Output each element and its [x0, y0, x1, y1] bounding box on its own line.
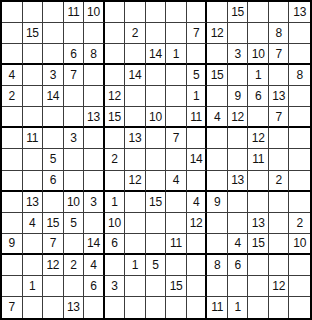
given-digit: 2 — [111, 153, 117, 165]
cell-r5c3: 14 — [43, 86, 64, 107]
cell-r10c13[interactable] — [248, 192, 269, 213]
given-digit: 14 — [87, 237, 100, 249]
cell-r10c7[interactable] — [125, 192, 146, 213]
cell-r3c9: 1 — [166, 44, 187, 65]
cell-r8c1[interactable] — [2, 149, 23, 170]
cell-r1c2[interactable] — [23, 2, 44, 23]
given-digit: 10 — [252, 48, 265, 60]
cell-r7c2: 11 — [23, 128, 44, 149]
cell-r9c9: 4 — [166, 171, 187, 192]
cell-r11c2: 4 — [23, 213, 44, 234]
given-digit: 13 — [293, 6, 306, 18]
cell-r13c6[interactable] — [105, 255, 126, 276]
given-digit: 6 — [90, 280, 96, 292]
cell-r8c11[interactable] — [207, 149, 228, 170]
given-digit: 15 — [149, 196, 162, 208]
cell-r4c7: 14 — [125, 65, 146, 86]
cell-r1c4: 11 — [64, 2, 85, 23]
cell-r13c1[interactable] — [2, 255, 23, 276]
given-digit: 8 — [90, 48, 96, 60]
given-digit: 9 — [214, 196, 220, 208]
cell-r3c6[interactable] — [105, 44, 126, 65]
cell-r1c3[interactable] — [43, 2, 64, 23]
cell-r12c12: 4 — [228, 234, 249, 255]
given-digit: 11 — [26, 132, 38, 144]
cell-r7c5[interactable] — [84, 128, 105, 149]
cell-r10c10: 4 — [187, 192, 208, 213]
cell-r11c7[interactable] — [125, 213, 146, 234]
cell-r8c6: 2 — [105, 149, 126, 170]
cell-r3c13: 10 — [248, 44, 269, 65]
cell-r9c15[interactable] — [289, 171, 310, 192]
given-digit: 10 — [149, 111, 162, 123]
cell-r12c4[interactable] — [64, 234, 85, 255]
given-digit: 5 — [193, 69, 199, 81]
cell-r14c11[interactable] — [207, 276, 228, 297]
cell-r2c9[interactable] — [166, 23, 187, 44]
cell-r8c15[interactable] — [289, 149, 310, 170]
cell-r4c13: 1 — [248, 65, 269, 86]
cell-r3c14: 7 — [269, 44, 290, 65]
cell-r12c2[interactable] — [23, 234, 44, 255]
cell-r4c1: 4 — [2, 65, 23, 86]
given-digit: 3 — [234, 48, 240, 60]
given-digit: 4 — [29, 217, 35, 229]
cell-r12c13: 15 — [248, 234, 269, 255]
cell-r12c1: 9 — [2, 234, 23, 255]
cell-r11c4: 5 — [64, 213, 85, 234]
cell-r3c3[interactable] — [43, 44, 64, 65]
cell-r14c14: 12 — [269, 276, 290, 297]
cell-r9c4[interactable] — [64, 171, 85, 192]
cell-r14c15[interactable] — [289, 276, 310, 297]
cell-r5c1: 2 — [2, 86, 23, 107]
cell-r9c13[interactable] — [248, 171, 269, 192]
cell-r12c10[interactable] — [187, 234, 208, 255]
cell-r14c6: 3 — [105, 276, 126, 297]
cell-r14c9: 15 — [166, 276, 187, 297]
cell-r13c7: 1 — [125, 255, 146, 276]
given-digit: 7 — [193, 27, 199, 39]
given-digit: 4 — [234, 237, 240, 249]
cell-r11c13: 13 — [248, 213, 269, 234]
cell-r1c9[interactable] — [166, 2, 187, 23]
given-digit: 12 — [272, 280, 285, 292]
given-digit: 13 — [129, 132, 142, 144]
cell-r11c9[interactable] — [166, 213, 187, 234]
cell-r13c5: 4 — [84, 255, 105, 276]
given-digit: 1 — [132, 259, 138, 271]
cell-r7c6[interactable] — [105, 128, 126, 149]
given-digit: 2 — [132, 27, 138, 39]
cell-r5c12: 9 — [228, 86, 249, 107]
given-digit: 10 — [293, 237, 306, 249]
cell-r6c6: 15 — [105, 107, 126, 128]
cell-r2c4[interactable] — [64, 23, 85, 44]
given-digit: 2 — [70, 259, 76, 271]
cell-r10c12[interactable] — [228, 192, 249, 213]
cell-r9c2[interactable] — [23, 171, 44, 192]
cell-r1c5: 10 — [84, 2, 105, 23]
cell-r11c8[interactable] — [146, 213, 167, 234]
cell-r5c13: 6 — [248, 86, 269, 107]
cell-r6c14: 7 — [269, 107, 290, 128]
cell-r14c4[interactable] — [64, 276, 85, 297]
given-digit: 4 — [173, 174, 179, 186]
cell-r1c8[interactable] — [146, 2, 167, 23]
cell-r1c15: 13 — [289, 2, 310, 23]
given-digit: 7 — [173, 132, 179, 144]
cell-r5c11[interactable] — [207, 86, 228, 107]
cell-r8c2[interactable] — [23, 149, 44, 170]
cell-r5c4[interactable] — [64, 86, 85, 107]
cell-r15c9[interactable] — [166, 297, 187, 318]
given-digit: 5 — [50, 153, 56, 165]
cell-r4c10: 5 — [187, 65, 208, 86]
cell-r15c13[interactable] — [248, 297, 269, 318]
cell-r7c10[interactable] — [187, 128, 208, 149]
cell-r11c3: 15 — [43, 213, 64, 234]
cell-r15c2[interactable] — [23, 297, 44, 318]
given-digit: 15 — [252, 237, 265, 249]
cell-r6c10: 11 — [187, 107, 208, 128]
given-digit: 13 — [272, 90, 285, 102]
cell-r9c12: 13 — [228, 171, 249, 192]
cell-r11c1[interactable] — [2, 213, 23, 234]
given-digit: 5 — [152, 259, 158, 271]
cell-r4c14[interactable] — [269, 65, 290, 86]
given-digit: 2 — [9, 90, 15, 102]
cell-r3c12: 3 — [228, 44, 249, 65]
cell-r15c5[interactable] — [84, 297, 105, 318]
cell-r15c8[interactable] — [146, 297, 167, 318]
cell-r15c11: 11 — [207, 297, 228, 318]
cell-r7c8[interactable] — [146, 128, 167, 149]
cell-r1c14[interactable] — [269, 2, 290, 23]
cell-r14c5: 6 — [84, 276, 105, 297]
cell-r4c8[interactable] — [146, 65, 167, 86]
cell-r8c10: 14 — [187, 149, 208, 170]
cell-r6c2[interactable] — [23, 107, 44, 128]
cell-r10c1[interactable] — [2, 192, 23, 213]
cell-r15c14[interactable] — [269, 297, 290, 318]
cell-r12c5: 14 — [84, 234, 105, 255]
cell-r12c9: 11 — [166, 234, 187, 255]
given-digit: 10 — [87, 6, 100, 18]
given-digit: 12 — [231, 111, 244, 123]
cell-r12c7[interactable] — [125, 234, 146, 255]
cell-r2c1[interactable] — [2, 23, 23, 44]
cell-r14c13[interactable] — [248, 276, 269, 297]
cell-r6c12: 12 — [228, 107, 249, 128]
cell-r6c7[interactable] — [125, 107, 146, 128]
cell-r10c6: 1 — [105, 192, 126, 213]
cell-r7c11[interactable] — [207, 128, 228, 149]
given-digit: 13 — [231, 174, 244, 186]
given-digit: 14 — [149, 48, 162, 60]
given-digit: 2 — [276, 174, 282, 186]
cell-r15c3[interactable] — [43, 297, 64, 318]
cell-r13c9[interactable] — [166, 255, 187, 276]
cell-r8c12[interactable] — [228, 149, 249, 170]
cell-r13c11: 8 — [207, 255, 228, 276]
cell-r14c8[interactable] — [146, 276, 167, 297]
cell-r11c14[interactable] — [269, 213, 290, 234]
given-digit: 2 — [297, 217, 303, 229]
given-digit: 1 — [193, 90, 199, 102]
cell-r12c11[interactable] — [207, 234, 228, 255]
cell-r11c11[interactable] — [207, 213, 228, 234]
cell-r4c6[interactable] — [105, 65, 126, 86]
given-digit: 6 — [234, 259, 240, 271]
cell-r8c13: 11 — [248, 149, 269, 170]
cell-r6c1[interactable] — [2, 107, 23, 128]
cell-r6c5: 13 — [84, 107, 105, 128]
cell-r2c13[interactable] — [248, 23, 269, 44]
given-digit: 11 — [170, 237, 182, 249]
given-digit: 1 — [29, 280, 35, 292]
given-digit: 6 — [111, 237, 117, 249]
cell-r8c4[interactable] — [64, 149, 85, 170]
cell-r8c9[interactable] — [166, 149, 187, 170]
cell-r4c15: 8 — [289, 65, 310, 86]
cell-r5c2[interactable] — [23, 86, 44, 107]
cell-r2c3[interactable] — [43, 23, 64, 44]
given-digit: 7 — [50, 237, 56, 249]
cell-r13c8: 5 — [146, 255, 167, 276]
cell-r8c7[interactable] — [125, 149, 146, 170]
cell-r8c14[interactable] — [269, 149, 290, 170]
cell-r6c11: 4 — [207, 107, 228, 128]
cell-r13c12: 6 — [228, 255, 249, 276]
given-digit: 3 — [70, 132, 76, 144]
cell-r2c11: 12 — [207, 23, 228, 44]
cell-r7c7: 13 — [125, 128, 146, 149]
cell-r4c11: 15 — [207, 65, 228, 86]
cell-r1c12: 15 — [228, 2, 249, 23]
given-digit: 12 — [252, 132, 265, 144]
cell-r6c9[interactable] — [166, 107, 187, 128]
cell-r7c13: 12 — [248, 128, 269, 149]
given-digit: 12 — [190, 217, 203, 229]
cell-r3c5: 8 — [84, 44, 105, 65]
cell-r7c4: 3 — [64, 128, 85, 149]
cell-r2c5[interactable] — [84, 23, 105, 44]
given-digit: 1 — [255, 69, 261, 81]
cell-r5c7[interactable] — [125, 86, 146, 107]
cell-r15c7[interactable] — [125, 297, 146, 318]
cell-r5c15[interactable] — [289, 86, 310, 107]
given-digit: 4 — [90, 259, 96, 271]
given-digit: 14 — [129, 69, 142, 81]
cell-r3c11[interactable] — [207, 44, 228, 65]
cell-r9c6[interactable] — [105, 171, 126, 192]
cell-r10c3[interactable] — [43, 192, 64, 213]
given-digit: 3 — [111, 280, 117, 292]
cell-r11c15: 2 — [289, 213, 310, 234]
cell-r10c8: 15 — [146, 192, 167, 213]
cell-r12c6: 6 — [105, 234, 126, 255]
given-digit: 1 — [173, 48, 179, 60]
cell-r1c10[interactable] — [187, 2, 208, 23]
cell-r3c1[interactable] — [2, 44, 23, 65]
cell-r12c8[interactable] — [146, 234, 167, 255]
given-digit: 12 — [108, 90, 121, 102]
given-digit: 1 — [111, 196, 117, 208]
cell-r15c12: 1 — [228, 297, 249, 318]
cell-r9c10[interactable] — [187, 171, 208, 192]
given-digit: 3 — [90, 196, 96, 208]
given-digit: 14 — [46, 90, 59, 102]
cell-r5c10: 1 — [187, 86, 208, 107]
given-digit: 1 — [234, 301, 240, 313]
cell-r15c15[interactable] — [289, 297, 310, 318]
cell-r7c3[interactable] — [43, 128, 64, 149]
cell-r3c7[interactable] — [125, 44, 146, 65]
cell-r15c6[interactable] — [105, 297, 126, 318]
cell-r1c11[interactable] — [207, 2, 228, 23]
given-digit: 6 — [70, 48, 76, 60]
given-digit: 15 — [108, 111, 121, 123]
given-digit: 9 — [234, 90, 240, 102]
cell-r10c2: 13 — [23, 192, 44, 213]
given-digit: 13 — [252, 217, 265, 229]
given-digit: 4 — [9, 69, 15, 81]
given-digit: 8 — [214, 259, 220, 271]
given-digit: 4 — [214, 111, 220, 123]
given-digit: 7 — [70, 69, 76, 81]
given-digit: 11 — [67, 6, 79, 18]
given-digit: 15 — [231, 6, 244, 18]
cell-r2c10: 7 — [187, 23, 208, 44]
cell-r6c4[interactable] — [64, 107, 85, 128]
cell-r14c12[interactable] — [228, 276, 249, 297]
cell-r1c7[interactable] — [125, 2, 146, 23]
given-digit: 10 — [108, 217, 121, 229]
cell-r9c5[interactable] — [84, 171, 105, 192]
given-digit: 8 — [297, 69, 303, 81]
cell-r1c6[interactable] — [105, 2, 126, 23]
cell-r11c10: 12 — [187, 213, 208, 234]
given-digit: 10 — [67, 196, 80, 208]
cell-r4c5[interactable] — [84, 65, 105, 86]
cell-r4c12[interactable] — [228, 65, 249, 86]
cell-r13c15[interactable] — [289, 255, 310, 276]
cell-r10c15[interactable] — [289, 192, 310, 213]
cell-r3c15[interactable] — [289, 44, 310, 65]
cell-r6c15[interactable] — [289, 107, 310, 128]
cell-r10c14[interactable] — [269, 192, 290, 213]
cell-r13c2[interactable] — [23, 255, 44, 276]
cell-r14c1[interactable] — [2, 276, 23, 297]
cell-r10c9[interactable] — [166, 192, 187, 213]
cell-r4c2[interactable] — [23, 65, 44, 86]
given-digit: 11 — [211, 301, 223, 313]
cell-r12c15: 10 — [289, 234, 310, 255]
cell-r2c15[interactable] — [289, 23, 310, 44]
cell-r10c4: 10 — [64, 192, 85, 213]
cell-r5c8[interactable] — [146, 86, 167, 107]
cell-r11c5[interactable] — [84, 213, 105, 234]
cell-r2c7: 2 — [125, 23, 146, 44]
cell-r9c8[interactable] — [146, 171, 167, 192]
cell-r6c8: 10 — [146, 107, 167, 128]
cell-r2c6[interactable] — [105, 23, 126, 44]
cell-r4c3: 3 — [43, 65, 64, 86]
sudoku-board: 1110151315271286814131074371451518214121… — [0, 0, 312, 320]
given-digit: 13 — [26, 196, 39, 208]
given-digit: 15 — [170, 280, 183, 292]
cell-r7c12[interactable] — [228, 128, 249, 149]
cell-r7c15[interactable] — [289, 128, 310, 149]
given-digit: 11 — [190, 111, 202, 123]
cell-r4c9[interactable] — [166, 65, 187, 86]
cell-r15c4: 13 — [64, 297, 85, 318]
cell-r14c3[interactable] — [43, 276, 64, 297]
cell-r13c13[interactable] — [248, 255, 269, 276]
cell-r5c9[interactable] — [166, 86, 187, 107]
given-digit: 14 — [190, 153, 203, 165]
cell-r3c2[interactable] — [23, 44, 44, 65]
given-digit: 15 — [211, 69, 224, 81]
cell-r11c12[interactable] — [228, 213, 249, 234]
given-digit: 5 — [70, 217, 76, 229]
given-digit: 13 — [87, 111, 100, 123]
cell-r5c5[interactable] — [84, 86, 105, 107]
cell-r9c1[interactable] — [2, 171, 23, 192]
cell-r15c10[interactable] — [187, 297, 208, 318]
cell-r13c10[interactable] — [187, 255, 208, 276]
cell-r7c1[interactable] — [2, 128, 23, 149]
cell-r2c14: 8 — [269, 23, 290, 44]
cell-r13c14[interactable] — [269, 255, 290, 276]
cell-r4c4: 7 — [64, 65, 85, 86]
cell-r9c3: 6 — [43, 171, 64, 192]
cell-r9c7: 12 — [125, 171, 146, 192]
cell-r1c13[interactable] — [248, 2, 269, 23]
cell-r3c10[interactable] — [187, 44, 208, 65]
cell-r13c3: 12 — [43, 255, 64, 276]
cell-r15c1: 7 — [2, 297, 23, 318]
cell-r3c4: 6 — [64, 44, 85, 65]
cell-r14c10[interactable] — [187, 276, 208, 297]
given-digit: 4 — [193, 196, 199, 208]
cell-r2c12[interactable] — [228, 23, 249, 44]
cell-r14c2: 1 — [23, 276, 44, 297]
given-digit: 12 — [129, 174, 142, 186]
cell-r5c14: 13 — [269, 86, 290, 107]
given-digit: 12 — [46, 259, 59, 271]
cell-r8c5[interactable] — [84, 149, 105, 170]
cell-r14c7[interactable] — [125, 276, 146, 297]
given-digit: 15 — [26, 27, 39, 39]
cell-r9c11[interactable] — [207, 171, 228, 192]
cell-r7c14[interactable] — [269, 128, 290, 149]
cell-r6c3[interactable] — [43, 107, 64, 128]
cell-r6c13[interactable] — [248, 107, 269, 128]
cell-r10c11: 9 — [207, 192, 228, 213]
cell-r12c14[interactable] — [269, 234, 290, 255]
given-digit: 12 — [211, 27, 224, 39]
given-digit: 11 — [252, 153, 264, 165]
given-digit: 9 — [9, 237, 15, 249]
given-digit: 7 — [9, 301, 15, 313]
cell-r8c8[interactable] — [146, 149, 167, 170]
cell-r2c8[interactable] — [146, 23, 167, 44]
cell-r13c4: 2 — [64, 255, 85, 276]
cell-r1c1[interactable] — [2, 2, 23, 23]
cell-r8c3: 5 — [43, 149, 64, 170]
